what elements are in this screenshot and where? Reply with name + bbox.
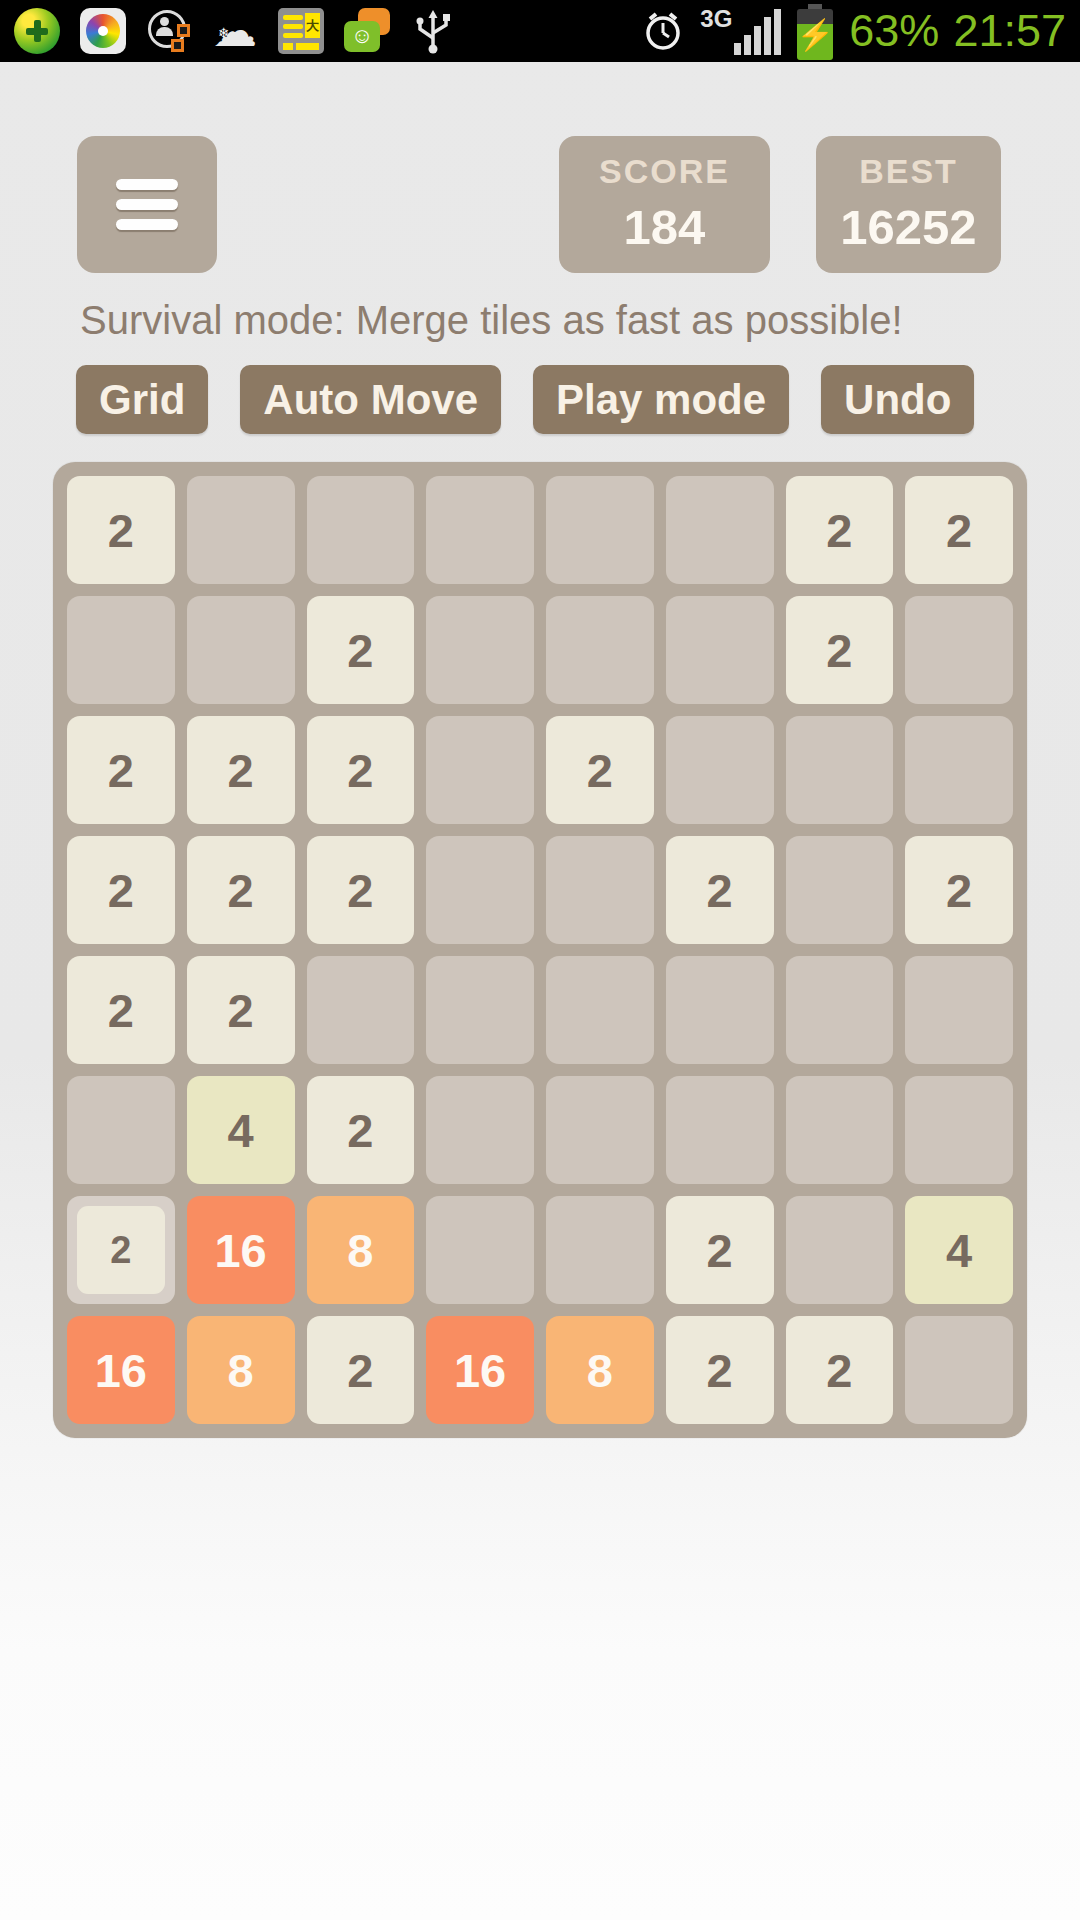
empty-cell	[905, 596, 1013, 704]
tile-8: 8	[546, 1316, 654, 1424]
tile-2: 2	[786, 596, 894, 704]
best-label: BEST	[840, 152, 977, 191]
alarm-clock-icon	[640, 8, 686, 54]
header: SCORE 184 BEST 16252	[77, 136, 1001, 273]
empty-cell	[666, 476, 774, 584]
score-box: SCORE 184	[559, 136, 770, 273]
weather-icon: ☁❄	[212, 8, 258, 54]
empty-cell	[666, 956, 774, 1064]
tile-2: 2	[307, 1316, 415, 1424]
status-bar: ☁❄ 大 ☺	[0, 0, 1080, 62]
tile-2: 2	[67, 836, 175, 944]
browser-icon	[80, 8, 126, 54]
tile-2: 2	[307, 836, 415, 944]
usb-icon	[410, 8, 456, 54]
empty-cell	[426, 716, 534, 824]
qr-contact-icon	[146, 8, 192, 54]
empty-cell	[307, 956, 415, 1064]
empty-cell	[666, 1076, 774, 1184]
tile-8: 8	[307, 1196, 415, 1304]
empty-cell	[426, 836, 534, 944]
score-value: 184	[583, 199, 746, 255]
battery-charging-icon: ⚡	[795, 4, 835, 60]
empty-cell	[666, 596, 774, 704]
tile-16: 16	[67, 1316, 175, 1424]
antivirus-icon	[14, 8, 60, 54]
score-label: SCORE	[583, 152, 746, 191]
best-value: 16252	[840, 199, 977, 255]
empty-cell	[426, 1196, 534, 1304]
tile-2: 2	[786, 476, 894, 584]
signal-bars-icon: 3G	[700, 7, 781, 55]
auto-move-button[interactable]: Auto Move	[240, 365, 501, 434]
tile-2: 2	[546, 716, 654, 824]
empty-cell	[546, 596, 654, 704]
empty-cell	[905, 1076, 1013, 1184]
tile-16: 16	[426, 1316, 534, 1424]
status-indicators: 3G ⚡ 63% 21:57	[640, 0, 1066, 62]
tile-2: 2	[67, 956, 175, 1064]
mode-subtitle: Survival mode: Merge tiles as fast as po…	[80, 298, 1080, 343]
empty-cell	[786, 836, 894, 944]
tile-2: 2	[67, 716, 175, 824]
tile-2: 2	[307, 1076, 415, 1184]
tile-2: 2	[905, 476, 1013, 584]
empty-cell	[905, 1316, 1013, 1424]
empty-cell	[786, 956, 894, 1064]
empty-cell	[546, 476, 654, 584]
best-box: BEST 16252	[816, 136, 1001, 273]
tile-16: 16	[187, 1196, 295, 1304]
empty-cell	[546, 956, 654, 1064]
empty-cell	[546, 836, 654, 944]
tile-8: 8	[187, 1316, 295, 1424]
empty-cell	[187, 476, 295, 584]
grid-button[interactable]: Grid	[76, 365, 208, 434]
play-mode-button[interactable]: Play mode	[533, 365, 789, 434]
tile-4: 4	[905, 1196, 1013, 1304]
tile-4: 4	[187, 1076, 295, 1184]
empty-cell	[905, 956, 1013, 1064]
tile-2: 2	[307, 716, 415, 824]
notes-icon: 大	[278, 8, 324, 54]
empty-cell	[546, 1196, 654, 1304]
tile-2: 2	[786, 1316, 894, 1424]
tile-2: 2	[67, 1196, 175, 1304]
empty-cell	[426, 476, 534, 584]
empty-cell	[666, 716, 774, 824]
menu-button[interactable]	[77, 136, 217, 273]
empty-cell	[786, 1076, 894, 1184]
empty-cell	[67, 596, 175, 704]
board[interactable]: 222222222222222242216824168216822	[53, 462, 1027, 1438]
empty-cell	[307, 476, 415, 584]
messages-icon: ☺	[344, 8, 390, 54]
tile-2: 2	[307, 596, 415, 704]
empty-cell	[546, 1076, 654, 1184]
new-tile-inner: 2	[77, 1206, 165, 1294]
tile-2: 2	[67, 476, 175, 584]
toolbar: Grid Auto Move Play mode Undo	[76, 365, 1080, 434]
empty-cell	[426, 1076, 534, 1184]
empty-cell	[905, 716, 1013, 824]
hamburger-icon	[116, 179, 178, 190]
empty-cell	[786, 716, 894, 824]
empty-cell	[426, 596, 534, 704]
tile-2: 2	[187, 716, 295, 824]
empty-cell	[187, 596, 295, 704]
tile-2: 2	[666, 836, 774, 944]
empty-cell	[426, 956, 534, 1064]
network-type-label: 3G	[700, 7, 732, 31]
tile-2: 2	[187, 956, 295, 1064]
tile-2: 2	[666, 1316, 774, 1424]
empty-cell	[67, 1076, 175, 1184]
tile-2: 2	[187, 836, 295, 944]
battery-percent: 63%	[849, 0, 939, 62]
empty-cell	[786, 1196, 894, 1304]
notification-icons: ☁❄ 大 ☺	[14, 8, 456, 54]
tile-2: 2	[905, 836, 1013, 944]
undo-button[interactable]: Undo	[821, 365, 974, 434]
tile-2: 2	[666, 1196, 774, 1304]
clock: 21:57	[953, 0, 1066, 62]
